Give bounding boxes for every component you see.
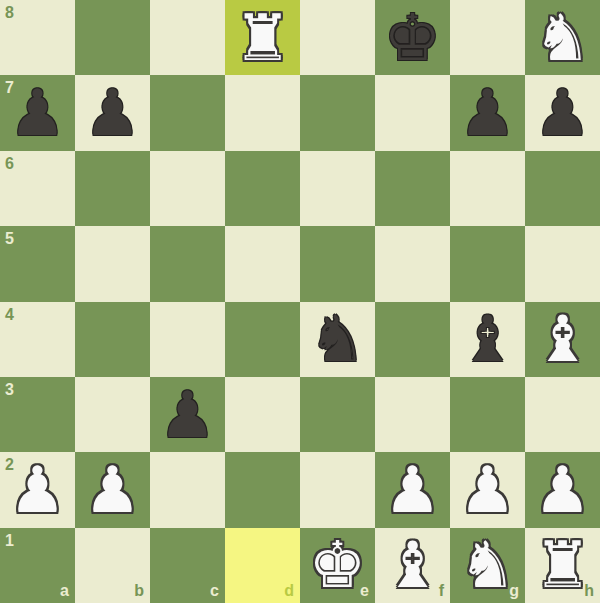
- square-c3[interactable]: ♟: [150, 377, 225, 452]
- piece-black-knight-e4[interactable]: ♞: [300, 302, 375, 377]
- square-d6[interactable]: [225, 151, 300, 226]
- square-h3[interactable]: [525, 377, 600, 452]
- square-e2[interactable]: [300, 452, 375, 527]
- square-e4[interactable]: ♞: [300, 302, 375, 377]
- file-label-a: a: [60, 582, 69, 600]
- square-e7[interactable]: [300, 75, 375, 150]
- square-a5[interactable]: 5: [0, 226, 75, 301]
- square-c6[interactable]: [150, 151, 225, 226]
- square-a3[interactable]: 3: [0, 377, 75, 452]
- rank-label-1: 1: [5, 532, 14, 550]
- square-f8[interactable]: ♚: [375, 0, 450, 75]
- square-b8[interactable]: [75, 0, 150, 75]
- square-d2[interactable]: [225, 452, 300, 527]
- piece-white-bishop-f1[interactable]: ♝: [375, 528, 450, 603]
- square-h7[interactable]: ♟: [525, 75, 600, 150]
- rank-label-4: 4: [5, 306, 14, 324]
- square-e6[interactable]: [300, 151, 375, 226]
- square-h2[interactable]: ♟: [525, 452, 600, 527]
- piece-black-pawn-a7[interactable]: ♟: [0, 75, 75, 150]
- square-f5[interactable]: [375, 226, 450, 301]
- square-b3[interactable]: [75, 377, 150, 452]
- square-c8[interactable]: [150, 0, 225, 75]
- square-f3[interactable]: [375, 377, 450, 452]
- square-g4[interactable]: ♝: [450, 302, 525, 377]
- square-e5[interactable]: [300, 226, 375, 301]
- square-g2[interactable]: ♟: [450, 452, 525, 527]
- rank-label-6: 6: [5, 155, 14, 173]
- square-a1[interactable]: 1a: [0, 528, 75, 603]
- piece-black-pawn-h7[interactable]: ♟: [525, 75, 600, 150]
- square-h8[interactable]: ♞: [525, 0, 600, 75]
- square-c4[interactable]: [150, 302, 225, 377]
- square-d5[interactable]: [225, 226, 300, 301]
- piece-white-pawn-g2[interactable]: ♟: [450, 452, 525, 527]
- piece-white-pawn-h2[interactable]: ♟: [525, 452, 600, 527]
- square-h4[interactable]: ♝: [525, 302, 600, 377]
- file-label-b: b: [134, 582, 144, 600]
- square-b2[interactable]: ♟: [75, 452, 150, 527]
- square-b7[interactable]: ♟: [75, 75, 150, 150]
- square-g8[interactable]: [450, 0, 525, 75]
- piece-white-rook-h1[interactable]: ♜: [525, 528, 600, 603]
- square-g1[interactable]: g♞: [450, 528, 525, 603]
- piece-black-king-f8[interactable]: ♚: [375, 0, 450, 75]
- square-e1[interactable]: e♚: [300, 528, 375, 603]
- piece-black-pawn-g7[interactable]: ♟: [450, 75, 525, 150]
- file-label-d: d: [284, 582, 294, 600]
- chess-board: 8♜♚♞7♟♟♟♟654♞♝♝3♟2♟♟♟♟♟1abcde♚f♝g♞h♜: [0, 0, 600, 603]
- square-d7[interactable]: [225, 75, 300, 150]
- square-a4[interactable]: 4: [0, 302, 75, 377]
- piece-black-bishop-g4[interactable]: ♝: [450, 302, 525, 377]
- square-a6[interactable]: 6: [0, 151, 75, 226]
- square-d8[interactable]: ♜: [225, 0, 300, 75]
- square-e8[interactable]: [300, 0, 375, 75]
- square-b4[interactable]: [75, 302, 150, 377]
- square-g3[interactable]: [450, 377, 525, 452]
- rank-label-5: 5: [5, 230, 14, 248]
- square-c2[interactable]: [150, 452, 225, 527]
- square-f6[interactable]: [375, 151, 450, 226]
- square-g5[interactable]: [450, 226, 525, 301]
- square-b5[interactable]: [75, 226, 150, 301]
- piece-white-pawn-b2[interactable]: ♟: [75, 452, 150, 527]
- square-c1[interactable]: c: [150, 528, 225, 603]
- square-d3[interactable]: [225, 377, 300, 452]
- file-label-c: c: [210, 582, 219, 600]
- square-g7[interactable]: ♟: [450, 75, 525, 150]
- piece-white-knight-g1[interactable]: ♞: [450, 528, 525, 603]
- square-b6[interactable]: [75, 151, 150, 226]
- square-d1[interactable]: d: [225, 528, 300, 603]
- square-a2[interactable]: 2♟: [0, 452, 75, 527]
- square-d4[interactable]: [225, 302, 300, 377]
- piece-white-bishop-h4[interactable]: ♝: [525, 302, 600, 377]
- square-e3[interactable]: [300, 377, 375, 452]
- piece-black-pawn-b7[interactable]: ♟: [75, 75, 150, 150]
- square-f1[interactable]: f♝: [375, 528, 450, 603]
- square-f4[interactable]: [375, 302, 450, 377]
- piece-white-pawn-f2[interactable]: ♟: [375, 452, 450, 527]
- square-c7[interactable]: [150, 75, 225, 150]
- square-a8[interactable]: 8: [0, 0, 75, 75]
- piece-black-pawn-c3[interactable]: ♟: [150, 377, 225, 452]
- square-c5[interactable]: [150, 226, 225, 301]
- square-h5[interactable]: [525, 226, 600, 301]
- square-b1[interactable]: b: [75, 528, 150, 603]
- piece-white-king-e1[interactable]: ♚: [300, 528, 375, 603]
- square-a7[interactable]: 7♟: [0, 75, 75, 150]
- rank-label-8: 8: [5, 4, 14, 22]
- piece-white-pawn-a2[interactable]: ♟: [0, 452, 75, 527]
- rank-label-3: 3: [5, 381, 14, 399]
- square-h6[interactable]: [525, 151, 600, 226]
- square-f7[interactable]: [375, 75, 450, 150]
- piece-white-rook-d8[interactable]: ♜: [225, 0, 300, 75]
- square-g6[interactable]: [450, 151, 525, 226]
- square-h1[interactable]: h♜: [525, 528, 600, 603]
- piece-white-knight-h8[interactable]: ♞: [525, 0, 600, 75]
- square-f2[interactable]: ♟: [375, 452, 450, 527]
